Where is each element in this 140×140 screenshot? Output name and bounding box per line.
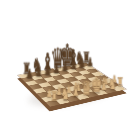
chess-set-photo: ♜♞♝♛♚♝♞♜♟♟♟♟♟♟♟♟♟♟♟♟♟♟♟♟♜♞♝♛♚♝♞♜ — [0, 0, 140, 140]
